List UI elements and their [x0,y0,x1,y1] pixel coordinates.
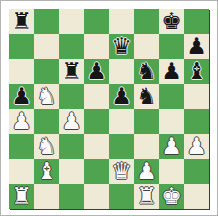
white-pawn-h3: ♟ [186,134,207,159]
white-pawn-c4: ♟ [61,109,82,134]
square-e1[interactable] [109,184,134,209]
black-pawn-a5: ♟ [11,84,32,109]
square-f3[interactable] [134,134,159,159]
square-d6[interactable]: ♟ [84,59,109,84]
square-c3[interactable] [59,134,84,159]
square-e2[interactable]: ♛ [109,159,134,184]
white-pawn-a4: ♟ [11,109,32,134]
square-b2[interactable]: ♝ [34,159,59,184]
square-e8[interactable] [109,9,134,34]
chess-board: ♜♚♛♟♜♟♞♟♝♟♞♟♞♟♟♞♟♟♝♛♟♜♜♚ [9,9,209,209]
white-knight-b3: ♞ [36,134,57,159]
square-g4[interactable] [159,109,184,134]
square-c1[interactable] [59,184,84,209]
square-d4[interactable] [84,109,109,134]
black-pawn-g6: ♟ [161,59,182,84]
white-rook-a1: ♜ [11,184,32,209]
square-c7[interactable] [59,34,84,59]
square-h8[interactable] [184,9,209,34]
black-queen-e7: ♛ [111,34,132,59]
square-a6[interactable] [9,59,34,84]
square-b5[interactable]: ♞ [34,84,59,109]
square-e3[interactable] [109,134,134,159]
square-g7[interactable] [159,34,184,59]
black-pawn-h7: ♟ [186,34,207,59]
square-a3[interactable] [9,134,34,159]
square-f8[interactable] [134,9,159,34]
black-pawn-e5: ♟ [111,84,132,109]
square-g5[interactable] [159,84,184,109]
square-c8[interactable] [59,9,84,34]
square-d5[interactable] [84,84,109,109]
square-g1[interactable]: ♚ [159,184,184,209]
square-a8[interactable]: ♜ [9,9,34,34]
square-d7[interactable] [84,34,109,59]
square-b1[interactable] [34,184,59,209]
square-g3[interactable]: ♟ [159,134,184,159]
square-f7[interactable] [134,34,159,59]
square-c6[interactable]: ♜ [59,59,84,84]
black-knight-f6: ♞ [136,59,157,84]
square-d8[interactable] [84,9,109,34]
black-rook-a8: ♜ [11,9,32,34]
square-g8[interactable]: ♚ [159,9,184,34]
white-knight-b5: ♞ [36,84,57,109]
square-h1[interactable] [184,184,209,209]
white-pawn-g3: ♟ [161,134,182,159]
square-g6[interactable]: ♟ [159,59,184,84]
square-e4[interactable] [109,109,134,134]
square-f6[interactable]: ♞ [134,59,159,84]
square-d1[interactable] [84,184,109,209]
square-b6[interactable] [34,59,59,84]
square-f5[interactable]: ♞ [134,84,159,109]
white-king-g1: ♚ [161,184,182,209]
square-e7[interactable]: ♛ [109,34,134,59]
square-d3[interactable] [84,134,109,159]
square-h5[interactable] [184,84,209,109]
square-h2[interactable] [184,159,209,184]
chess-diagram: ♜♚♛♟♜♟♞♟♝♟♞♟♞♟♟♞♟♟♝♛♟♜♜♚ [0,0,218,216]
square-g2[interactable] [159,159,184,184]
square-a1[interactable]: ♜ [9,184,34,209]
black-knight-f5: ♞ [136,84,157,109]
square-f2[interactable]: ♟ [134,159,159,184]
black-rook-c6: ♜ [61,59,82,84]
white-pawn-f2: ♟ [136,159,157,184]
square-b3[interactable]: ♞ [34,134,59,159]
square-h3[interactable]: ♟ [184,134,209,159]
square-a2[interactable] [9,159,34,184]
square-b4[interactable] [34,109,59,134]
black-king-g8: ♚ [161,9,182,34]
square-e5[interactable]: ♟ [109,84,134,109]
white-queen-e2: ♛ [111,159,132,184]
square-a7[interactable] [9,34,34,59]
square-e6[interactable] [109,59,134,84]
square-h6[interactable]: ♝ [184,59,209,84]
square-b7[interactable] [34,34,59,59]
black-bishop-h6: ♝ [186,59,207,84]
square-c4[interactable]: ♟ [59,109,84,134]
square-c2[interactable] [59,159,84,184]
square-h4[interactable] [184,109,209,134]
white-bishop-b2: ♝ [36,159,57,184]
square-h7[interactable]: ♟ [184,34,209,59]
square-a5[interactable]: ♟ [9,84,34,109]
square-c5[interactable] [59,84,84,109]
square-a4[interactable]: ♟ [9,109,34,134]
square-f4[interactable] [134,109,159,134]
white-rook-f1: ♜ [136,184,157,209]
black-pawn-d6: ♟ [86,59,107,84]
square-b8[interactable] [34,9,59,34]
square-d2[interactable] [84,159,109,184]
square-f1[interactable]: ♜ [134,184,159,209]
